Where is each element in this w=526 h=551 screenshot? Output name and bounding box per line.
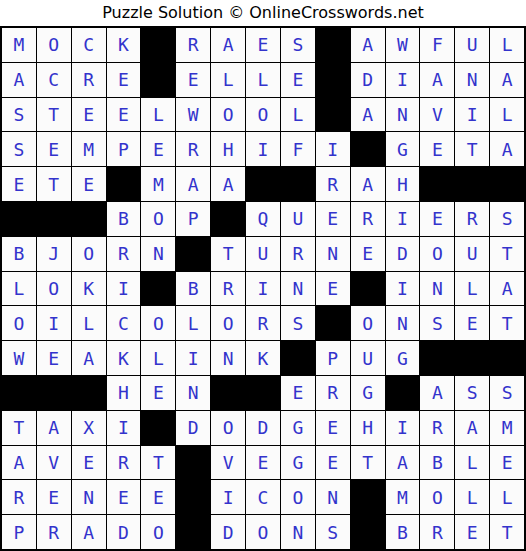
letter-cell: I <box>386 63 420 97</box>
letter-cell: V <box>420 98 454 132</box>
letter-cell: E <box>141 376 175 410</box>
letter-cell: P <box>107 132 141 166</box>
letter-cell: D <box>107 515 141 549</box>
letter-cell: R <box>246 306 280 340</box>
letter-cell: E <box>316 411 350 445</box>
letter-cell: B <box>420 446 454 480</box>
letter-cell: D <box>351 63 385 97</box>
letter-cell: I <box>386 202 420 236</box>
letter-cell: G <box>351 376 385 410</box>
black-cell <box>141 63 175 97</box>
letter-cell: R <box>316 376 350 410</box>
letter-cell: C <box>107 306 141 340</box>
letter-cell: O <box>246 98 280 132</box>
letter-cell: R <box>281 237 315 271</box>
black-cell <box>420 167 454 201</box>
letter-cell: M <box>2 28 36 62</box>
black-cell <box>2 202 36 236</box>
letter-cell: E <box>141 480 175 514</box>
letter-cell: R <box>37 515 71 549</box>
letter-cell: T <box>37 98 71 132</box>
letter-cell: L <box>141 98 175 132</box>
letter-cell: A <box>386 446 420 480</box>
letter-cell: G <box>386 341 420 375</box>
letter-cell: C <box>72 28 106 62</box>
letter-cell: E <box>316 446 350 480</box>
black-cell <box>176 515 210 549</box>
letter-cell: V <box>37 446 71 480</box>
letter-cell: A <box>72 515 106 549</box>
letter-cell: B <box>386 515 420 549</box>
letter-cell: N <box>386 306 420 340</box>
letter-cell: L <box>490 98 524 132</box>
letter-cell: S <box>281 28 315 62</box>
letter-cell: U <box>351 341 385 375</box>
letter-cell: C <box>37 63 71 97</box>
black-cell <box>141 272 175 306</box>
black-cell <box>490 341 524 375</box>
letter-cell: L <box>176 306 210 340</box>
letter-cell: W <box>2 341 36 375</box>
black-cell <box>211 376 245 410</box>
letter-cell: T <box>490 237 524 271</box>
letter-cell: E <box>281 376 315 410</box>
letter-cell: H <box>211 132 245 166</box>
letter-cell: E <box>37 480 71 514</box>
letter-cell: T <box>2 411 36 445</box>
letter-cell: H <box>351 411 385 445</box>
black-cell <box>37 202 71 236</box>
letter-cell: A <box>351 28 385 62</box>
black-cell <box>351 480 385 514</box>
letter-cell: T <box>141 446 175 480</box>
letter-cell: A <box>211 28 245 62</box>
letter-cell: E <box>420 132 454 166</box>
letter-cell: E <box>141 132 175 166</box>
letter-cell: T <box>37 167 71 201</box>
letter-cell: M <box>490 411 524 445</box>
black-cell <box>281 341 315 375</box>
letter-cell: I <box>37 306 71 340</box>
letter-cell: N <box>316 237 350 271</box>
letter-cell: O <box>351 306 385 340</box>
black-cell <box>351 132 385 166</box>
letter-cell: J <box>37 237 71 271</box>
black-cell <box>316 306 350 340</box>
letter-cell: D <box>211 515 245 549</box>
letter-cell: G <box>281 411 315 445</box>
letter-cell: L <box>455 272 489 306</box>
letter-cell: O <box>281 480 315 514</box>
letter-cell: P <box>2 515 36 549</box>
letter-cell: P <box>316 341 350 375</box>
letter-cell: H <box>386 167 420 201</box>
letter-cell: A <box>420 376 454 410</box>
black-cell <box>455 167 489 201</box>
letter-cell: A <box>490 63 524 97</box>
letter-cell: F <box>281 132 315 166</box>
letter-cell: X <box>72 411 106 445</box>
letter-cell: E <box>490 446 524 480</box>
letter-cell: I <box>455 98 489 132</box>
letter-cell: A <box>72 341 106 375</box>
letter-cell: A <box>2 63 36 97</box>
letter-cell: R <box>455 202 489 236</box>
letter-cell: O <box>141 515 175 549</box>
letter-cell: D <box>386 237 420 271</box>
black-cell <box>72 202 106 236</box>
letter-cell: L <box>72 306 106 340</box>
letter-cell: I <box>386 411 420 445</box>
letter-cell: E <box>351 237 385 271</box>
letter-cell: S <box>2 98 36 132</box>
letter-cell: M <box>386 480 420 514</box>
letter-cell: K <box>107 28 141 62</box>
black-cell <box>176 446 210 480</box>
letter-cell: A <box>490 272 524 306</box>
letter-cell: T <box>455 132 489 166</box>
black-cell <box>211 202 245 236</box>
black-cell <box>316 28 350 62</box>
letter-cell: O <box>420 237 454 271</box>
letter-cell: A <box>455 411 489 445</box>
black-cell <box>246 167 280 201</box>
letter-cell: T <box>351 446 385 480</box>
letter-cell: E <box>107 63 141 97</box>
letter-cell: E <box>2 167 36 201</box>
black-cell <box>420 341 454 375</box>
letter-cell: A <box>2 446 36 480</box>
letter-cell: E <box>72 167 106 201</box>
letter-cell: O <box>211 306 245 340</box>
letter-cell: R <box>107 446 141 480</box>
letter-cell: N <box>420 272 454 306</box>
black-cell <box>316 63 350 97</box>
letter-cell: O <box>420 480 454 514</box>
letter-cell: L <box>490 480 524 514</box>
letter-cell: A <box>490 132 524 166</box>
letter-cell: G <box>386 132 420 166</box>
letter-cell: N <box>455 63 489 97</box>
letter-cell: O <box>37 272 71 306</box>
letter-cell: O <box>37 28 71 62</box>
page-title: Puzzle Solution © OnlineCrosswords.net <box>0 0 526 26</box>
letter-cell: E <box>246 28 280 62</box>
black-cell <box>141 28 175 62</box>
letter-cell: U <box>281 202 315 236</box>
letter-cell: L <box>455 480 489 514</box>
letter-cell: A <box>351 98 385 132</box>
letter-cell: E <box>37 341 71 375</box>
letter-cell: Q <box>246 202 280 236</box>
crossword-board: MOCKRAESAWFULACREELLEDIANASTEELWOOLANVIL… <box>0 26 526 551</box>
letter-cell: L <box>246 63 280 97</box>
black-cell <box>281 167 315 201</box>
letter-cell: M <box>72 132 106 166</box>
letter-cell: N <box>281 515 315 549</box>
letter-cell: S <box>420 306 454 340</box>
letter-cell: P <box>176 202 210 236</box>
letter-cell: T <box>490 306 524 340</box>
letter-cell: L <box>490 28 524 62</box>
letter-cell: K <box>107 341 141 375</box>
letter-cell: E <box>176 63 210 97</box>
letter-cell: I <box>211 480 245 514</box>
letter-cell: A <box>37 411 71 445</box>
black-cell <box>490 167 524 201</box>
letter-cell: R <box>107 237 141 271</box>
letter-cell: R <box>420 411 454 445</box>
letter-cell: D <box>176 411 210 445</box>
letter-cell: N <box>176 376 210 410</box>
black-cell <box>176 480 210 514</box>
letter-cell: E <box>246 446 280 480</box>
letter-cell: S <box>490 376 524 410</box>
letter-cell: W <box>386 28 420 62</box>
letter-cell: E <box>316 272 350 306</box>
letter-cell: A <box>420 63 454 97</box>
letter-cell: O <box>141 202 175 236</box>
letter-cell: R <box>211 272 245 306</box>
black-cell <box>246 376 280 410</box>
letter-cell: D <box>246 411 280 445</box>
letter-cell: S <box>455 376 489 410</box>
letter-cell: M <box>141 167 175 201</box>
letter-cell: I <box>246 132 280 166</box>
black-cell <box>455 341 489 375</box>
letter-cell: E <box>37 132 71 166</box>
letter-cell: T <box>490 515 524 549</box>
letter-cell: A <box>211 167 245 201</box>
letter-cell: E <box>455 515 489 549</box>
letter-cell: I <box>316 132 350 166</box>
letter-cell: N <box>281 272 315 306</box>
letter-cell: O <box>211 98 245 132</box>
letter-cell: R <box>316 167 350 201</box>
black-cell <box>176 237 210 271</box>
letter-cell: E <box>107 480 141 514</box>
letter-cell: I <box>176 341 210 375</box>
letter-cell: U <box>455 28 489 62</box>
letter-cell: U <box>246 237 280 271</box>
letter-cell: E <box>72 446 106 480</box>
puzzle-page: Puzzle Solution © OnlineCrosswords.net M… <box>0 0 526 551</box>
letter-cell: E <box>455 306 489 340</box>
black-cell <box>351 515 385 549</box>
letter-cell: S <box>281 306 315 340</box>
black-cell <box>316 98 350 132</box>
letter-cell: L <box>2 272 36 306</box>
letter-cell: E <box>72 98 106 132</box>
letter-cell: A <box>176 167 210 201</box>
letter-cell: V <box>211 446 245 480</box>
letter-cell: O <box>2 306 36 340</box>
letter-cell: I <box>386 272 420 306</box>
letter-cell: E <box>420 202 454 236</box>
letter-cell: B <box>107 202 141 236</box>
letter-cell: W <box>176 98 210 132</box>
letter-cell: F <box>420 28 454 62</box>
letter-cell: T <box>211 237 245 271</box>
letter-cell: L <box>455 446 489 480</box>
letter-cell: O <box>72 237 106 271</box>
letter-cell: N <box>141 237 175 271</box>
letter-cell: I <box>107 272 141 306</box>
letter-cell: K <box>246 341 280 375</box>
letter-cell: E <box>281 63 315 97</box>
letter-cell: E <box>316 202 350 236</box>
black-cell <box>351 272 385 306</box>
letter-cell: N <box>72 480 106 514</box>
letter-cell: L <box>211 63 245 97</box>
letter-cell: B <box>2 237 36 271</box>
letter-cell: I <box>107 411 141 445</box>
letter-cell: I <box>246 272 280 306</box>
letter-cell: S <box>490 202 524 236</box>
letter-cell: R <box>351 202 385 236</box>
letter-cell: C <box>246 480 280 514</box>
letter-cell: O <box>141 306 175 340</box>
letter-cell: S <box>2 132 36 166</box>
letter-cell: N <box>386 98 420 132</box>
black-cell <box>37 376 71 410</box>
black-cell <box>2 376 36 410</box>
letter-cell: N <box>211 341 245 375</box>
letter-cell: E <box>107 98 141 132</box>
letter-cell: L <box>281 98 315 132</box>
letter-cell: G <box>281 446 315 480</box>
letter-cell: N <box>316 480 350 514</box>
letter-cell: R <box>176 28 210 62</box>
letter-cell: O <box>211 411 245 445</box>
letter-cell: B <box>176 272 210 306</box>
letter-cell: R <box>72 63 106 97</box>
letter-cell: A <box>351 167 385 201</box>
letter-cell: H <box>107 376 141 410</box>
black-cell <box>386 376 420 410</box>
letter-cell: R <box>176 132 210 166</box>
black-cell <box>141 411 175 445</box>
letter-cell: S <box>316 515 350 549</box>
letter-cell: R <box>2 480 36 514</box>
letter-cell: O <box>246 515 280 549</box>
letter-cell: L <box>141 341 175 375</box>
letter-cell: K <box>72 272 106 306</box>
letter-cell: U <box>455 237 489 271</box>
letter-cell: R <box>420 515 454 549</box>
black-cell <box>107 167 141 201</box>
black-cell <box>72 376 106 410</box>
